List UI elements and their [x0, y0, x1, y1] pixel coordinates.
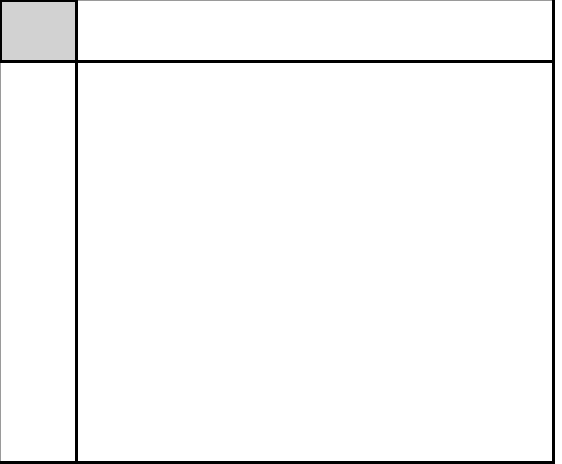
nonogram-puzzle-page — [0, 0, 562, 464]
grid-border-top — [0, 60, 555, 63]
puzzle-grid — [78, 63, 552, 461]
grid-border-right — [552, 0, 555, 464]
column-clues — [78, 0, 552, 60]
grid-border-left — [75, 0, 78, 464]
watermark-corner — [0, 0, 75, 60]
row-clues — [0, 63, 75, 461]
